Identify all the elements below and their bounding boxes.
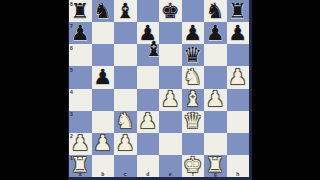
square-a3[interactable]: 3 — [69, 111, 92, 133]
square-b2[interactable]: ♟ — [92, 133, 115, 155]
square-b6[interactable] — [92, 44, 115, 66]
piece-black-knight-g8: ♞ — [206, 1, 225, 22]
piece-black-knight-b8: ♞ — [93, 1, 112, 22]
square-a2[interactable]: 2♟ — [69, 133, 92, 155]
square-c2[interactable]: ♟ — [114, 133, 137, 155]
square-c6[interactable] — [114, 44, 137, 66]
square-h8[interactable]: ♜ — [227, 0, 250, 22]
square-e1[interactable]: e — [159, 155, 182, 177]
square-b8[interactable]: ♞ — [92, 0, 115, 22]
rank-label-1: 1 — [70, 155, 73, 161]
piece-white-pawn-g4: ♟ — [206, 89, 225, 110]
square-e8[interactable]: ♚ — [159, 0, 182, 22]
rank-label-8: 8 — [70, 1, 73, 7]
piece-black-bishop-c8: ♝ — [116, 1, 135, 22]
square-h5[interactable]: ♟ — [227, 66, 250, 88]
square-h7[interactable]: ♟ — [227, 22, 250, 44]
square-b4[interactable] — [92, 89, 115, 111]
piece-black-king-e8: ♚ — [161, 1, 180, 22]
square-b3[interactable] — [92, 111, 115, 133]
piece-black-pawn-d7: ♟ — [138, 23, 157, 44]
file-label-c: c — [124, 171, 127, 177]
square-a8[interactable]: 8♜ — [69, 0, 92, 22]
square-c4[interactable] — [114, 89, 137, 111]
piece-white-rook-g1: ♜ — [206, 155, 225, 176]
piece-black-pawn-f7: ♟ — [183, 23, 202, 44]
square-b1[interactable]: b — [92, 155, 115, 177]
file-label-a: a — [79, 171, 82, 177]
square-f6[interactable]: ♛ — [182, 44, 205, 66]
file-label-g: g — [214, 171, 217, 177]
square-f4[interactable]: ♝ — [182, 89, 205, 111]
square-a7[interactable]: 7♟ — [69, 22, 92, 44]
square-b5[interactable]: ♟ — [92, 66, 115, 88]
piece-black-queen-f6: ♛ — [183, 45, 202, 66]
piece-black-pawn-h7: ♟ — [228, 23, 247, 44]
square-f5[interactable]: ♞ — [182, 66, 205, 88]
piece-black-rook-h8: ♜ — [228, 1, 247, 22]
file-label-f: f — [192, 171, 194, 177]
square-d3[interactable]: ♟ — [137, 111, 160, 133]
piece-white-knight-c3: ♞ — [116, 111, 135, 132]
square-g5[interactable] — [204, 66, 227, 88]
square-g3[interactable] — [204, 111, 227, 133]
file-label-d: d — [146, 171, 149, 177]
letterbox-right — [252, 0, 320, 180]
square-h6[interactable] — [227, 44, 250, 66]
piece-white-pawn-d3: ♟ — [138, 111, 157, 132]
square-g7[interactable]: ♟ — [204, 22, 227, 44]
square-e5[interactable] — [159, 66, 182, 88]
square-g4[interactable]: ♟ — [204, 89, 227, 111]
video-frame: 8♜♞♝♚♞♜7♟♟♟♟♟6♝♛5♟♞♟4♟♝♟3♞♟♛2♟♟♟1a♜bcdef… — [0, 0, 320, 180]
piece-white-knight-f5: ♞ — [183, 67, 202, 88]
square-c3[interactable]: ♞ — [114, 111, 137, 133]
square-d8[interactable] — [137, 0, 160, 22]
square-h4[interactable] — [227, 89, 250, 111]
square-f7[interactable]: ♟ — [182, 22, 205, 44]
square-e3[interactable] — [159, 111, 182, 133]
piece-black-pawn-a7: ♟ — [71, 23, 90, 44]
piece-white-bishop-f4: ♝ — [183, 89, 202, 110]
square-a4[interactable]: 4 — [69, 89, 92, 111]
rank-label-2: 2 — [70, 133, 73, 139]
piece-white-pawn-h5: ♟ — [228, 67, 247, 88]
piece-white-pawn-e4: ♟ — [161, 89, 180, 110]
square-g2[interactable] — [204, 133, 227, 155]
square-c5[interactable] — [114, 66, 137, 88]
square-e4[interactable]: ♟ — [159, 89, 182, 111]
rank-label-5: 5 — [70, 67, 73, 73]
file-label-b: b — [101, 171, 104, 177]
file-label-h: h — [236, 171, 239, 177]
piece-black-pawn-g7: ♟ — [206, 23, 225, 44]
square-c7[interactable] — [114, 22, 137, 44]
square-d7[interactable]: ♟ — [137, 22, 160, 44]
rank-label-7: 7 — [70, 23, 73, 29]
square-a1[interactable]: 1a♜ — [69, 155, 92, 177]
piece-black-pawn-b5: ♟ — [93, 67, 112, 88]
square-e2[interactable] — [159, 133, 182, 155]
square-f2[interactable] — [182, 133, 205, 155]
piece-black-rook-a8: ♜ — [71, 1, 90, 22]
square-h1[interactable]: h — [227, 155, 250, 177]
chess-board: 8♜♞♝♚♞♜7♟♟♟♟♟6♝♛5♟♞♟4♟♝♟3♞♟♛2♟♟♟1a♜bcdef… — [68, 0, 252, 180]
square-d2[interactable] — [137, 133, 160, 155]
rank-label-6: 6 — [70, 45, 73, 51]
square-f8[interactable] — [182, 0, 205, 22]
square-e7[interactable] — [159, 22, 182, 44]
file-label-e: e — [169, 171, 172, 177]
letterbox-left — [0, 0, 68, 180]
rank-label-3: 3 — [70, 111, 73, 117]
square-f1[interactable]: f♚ — [182, 155, 205, 177]
piece-white-king-f1: ♚ — [183, 155, 202, 176]
piece-white-pawn-b2: ♟ — [93, 133, 112, 154]
square-d1[interactable]: d — [137, 155, 160, 177]
square-g8[interactable]: ♞ — [204, 0, 227, 22]
square-c1[interactable]: c — [114, 155, 137, 177]
square-h3[interactable] — [227, 111, 250, 133]
piece-white-pawn-c2: ♟ — [116, 133, 135, 154]
square-d4[interactable] — [137, 89, 160, 111]
square-e6[interactable] — [159, 44, 182, 66]
square-g6[interactable] — [204, 44, 227, 66]
square-a5[interactable]: 5 — [69, 66, 92, 88]
square-f3[interactable]: ♛ — [182, 111, 205, 133]
square-d5[interactable] — [137, 66, 160, 88]
square-g1[interactable]: g♜ — [204, 155, 227, 177]
square-b7[interactable] — [92, 22, 115, 44]
piece-white-rook-a1: ♜ — [71, 155, 90, 176]
square-d6[interactable]: ♝ — [137, 44, 160, 66]
piece-white-pawn-a2: ♟ — [71, 133, 90, 154]
square-a6[interactable]: 6 — [69, 44, 92, 66]
square-h2[interactable] — [227, 133, 250, 155]
rank-label-4: 4 — [70, 89, 73, 95]
square-c8[interactable]: ♝ — [114, 0, 137, 22]
piece-white-queen-f3: ♛ — [183, 111, 202, 132]
